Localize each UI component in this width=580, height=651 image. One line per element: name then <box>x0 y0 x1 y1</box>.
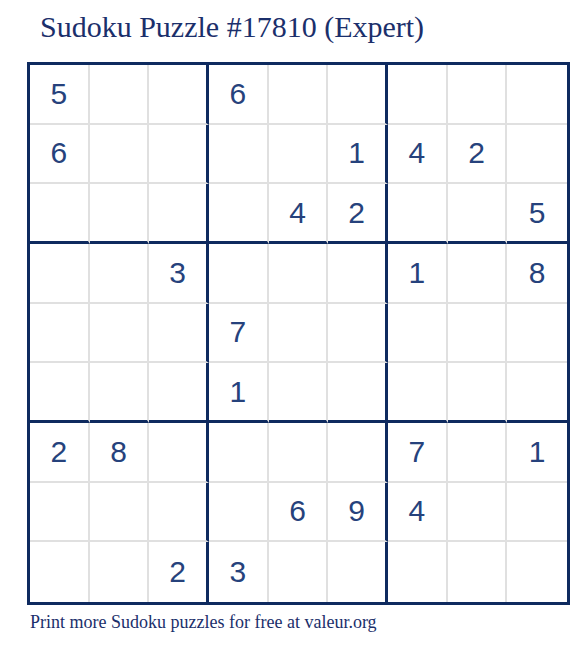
sudoku-cell-r8c8 <box>448 483 508 543</box>
sudoku-cell-r6c1 <box>30 363 90 423</box>
sudoku-cell-r9c5 <box>269 542 329 602</box>
sudoku-cell-r7c2: 8 <box>90 423 150 483</box>
sudoku-cell-r8c9 <box>507 483 567 543</box>
sudoku-cell-r3c4 <box>209 184 269 244</box>
sudoku-cell-r6c5 <box>269 363 329 423</box>
sudoku-cell-r3c3 <box>149 184 209 244</box>
sudoku-cell-r6c4: 1 <box>209 363 269 423</box>
sudoku-cell-r1c9 <box>507 65 567 125</box>
sudoku-cell-r3c5: 4 <box>269 184 329 244</box>
sudoku-cell-r8c1 <box>30 483 90 543</box>
sudoku-cell-r1c5 <box>269 65 329 125</box>
sudoku-cell-r5c4: 7 <box>209 304 269 364</box>
sudoku-cell-r4c5 <box>269 244 329 304</box>
sudoku-cell-r2c4 <box>209 125 269 185</box>
sudoku-cell-r5c1 <box>30 304 90 364</box>
page-title: Sudoku Puzzle #17810 (Expert) <box>40 10 424 44</box>
sudoku-cell-r7c3 <box>149 423 209 483</box>
footer-text: Print more Sudoku puzzles for free at va… <box>30 612 377 633</box>
sudoku-cell-r8c3 <box>149 483 209 543</box>
sudoku-cell-r2c9 <box>507 125 567 185</box>
sudoku-cell-r1c7 <box>388 65 448 125</box>
sudoku-cell-r9c7 <box>388 542 448 602</box>
sudoku-cell-r8c6: 9 <box>328 483 388 543</box>
sudoku-cell-r4c7: 1 <box>388 244 448 304</box>
sudoku-cell-r2c1: 6 <box>30 125 90 185</box>
sudoku-cell-r3c7 <box>388 184 448 244</box>
sudoku-cell-r3c1 <box>30 184 90 244</box>
sudoku-cell-r9c3: 2 <box>149 542 209 602</box>
sudoku-cell-r4c9: 8 <box>507 244 567 304</box>
sudoku-cell-r8c5: 6 <box>269 483 329 543</box>
sudoku-cell-r7c7: 7 <box>388 423 448 483</box>
sudoku-cell-r5c8 <box>448 304 508 364</box>
sudoku-cell-r3c8 <box>448 184 508 244</box>
sudoku-cell-r1c4: 6 <box>209 65 269 125</box>
sudoku-cell-r4c3: 3 <box>149 244 209 304</box>
sudoku-cell-r7c5 <box>269 423 329 483</box>
sudoku-cell-r2c8: 2 <box>448 125 508 185</box>
sudoku-cell-r7c8 <box>448 423 508 483</box>
sudoku-cell-r2c5 <box>269 125 329 185</box>
sudoku-cell-r2c2 <box>90 125 150 185</box>
sudoku-cell-r6c9 <box>507 363 567 423</box>
sudoku-cell-r6c6 <box>328 363 388 423</box>
sudoku-cell-r7c6 <box>328 423 388 483</box>
sudoku-page: Sudoku Puzzle #17810 (Expert) 5661424253… <box>0 0 580 651</box>
sudoku-cell-r9c9 <box>507 542 567 602</box>
sudoku-cell-r4c4 <box>209 244 269 304</box>
sudoku-cell-r5c2 <box>90 304 150 364</box>
sudoku-cell-r8c2 <box>90 483 150 543</box>
sudoku-cell-r2c6: 1 <box>328 125 388 185</box>
sudoku-cell-r3c6: 2 <box>328 184 388 244</box>
sudoku-cell-r5c5 <box>269 304 329 364</box>
sudoku-cell-r1c6 <box>328 65 388 125</box>
sudoku-cell-r7c1: 2 <box>30 423 90 483</box>
sudoku-cell-r1c2 <box>90 65 150 125</box>
sudoku-cell-r3c2 <box>90 184 150 244</box>
sudoku-cell-r5c3 <box>149 304 209 364</box>
sudoku-cell-r4c8 <box>448 244 508 304</box>
sudoku-cell-r9c6 <box>328 542 388 602</box>
sudoku-cell-r1c3 <box>149 65 209 125</box>
sudoku-cell-r8c7: 4 <box>388 483 448 543</box>
sudoku-board: 56614242531871287169423 <box>27 62 570 605</box>
sudoku-cell-r6c8 <box>448 363 508 423</box>
sudoku-cell-r9c4: 3 <box>209 542 269 602</box>
sudoku-cell-r2c3 <box>149 125 209 185</box>
sudoku-cell-r3c9: 5 <box>507 184 567 244</box>
sudoku-cell-r4c2 <box>90 244 150 304</box>
sudoku-cell-r6c7 <box>388 363 448 423</box>
sudoku-cell-r4c6 <box>328 244 388 304</box>
sudoku-cell-r6c3 <box>149 363 209 423</box>
sudoku-cell-r8c4 <box>209 483 269 543</box>
sudoku-cell-r5c6 <box>328 304 388 364</box>
sudoku-cell-r5c7 <box>388 304 448 364</box>
sudoku-cell-r7c4 <box>209 423 269 483</box>
sudoku-cell-r2c7: 4 <box>388 125 448 185</box>
sudoku-cell-r1c1: 5 <box>30 65 90 125</box>
sudoku-cell-r5c9 <box>507 304 567 364</box>
sudoku-cell-r9c8 <box>448 542 508 602</box>
sudoku-cell-r1c8 <box>448 65 508 125</box>
sudoku-cell-r7c9: 1 <box>507 423 567 483</box>
sudoku-cell-r9c1 <box>30 542 90 602</box>
sudoku-cell-r6c2 <box>90 363 150 423</box>
sudoku-cell-r9c2 <box>90 542 150 602</box>
sudoku-cell-r4c1 <box>30 244 90 304</box>
